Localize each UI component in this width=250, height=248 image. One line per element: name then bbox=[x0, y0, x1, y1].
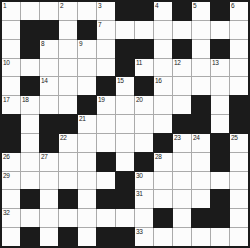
grid-cell[interactable] bbox=[59, 77, 77, 95]
clue-number: 15 bbox=[117, 77, 124, 84]
grid-cell[interactable]: 22 bbox=[59, 134, 77, 152]
block-cell bbox=[40, 134, 58, 152]
block-cell bbox=[59, 190, 77, 208]
block-cell bbox=[21, 77, 39, 95]
grid-cell[interactable] bbox=[211, 228, 229, 246]
clue-number: 26 bbox=[3, 153, 10, 160]
grid-cell[interactable] bbox=[230, 209, 248, 227]
grid-cell[interactable] bbox=[135, 209, 153, 227]
grid-cell[interactable]: 7 bbox=[97, 21, 115, 39]
grid-cell[interactable]: 25 bbox=[230, 134, 248, 152]
block-cell bbox=[116, 228, 134, 246]
grid-cell[interactable] bbox=[173, 228, 191, 246]
grid-cell[interactable] bbox=[173, 96, 191, 114]
grid-cell[interactable]: 3 bbox=[97, 2, 115, 20]
block-cell bbox=[40, 115, 58, 133]
block-cell bbox=[97, 228, 115, 246]
grid-cell[interactable]: 16 bbox=[154, 77, 172, 95]
block-cell bbox=[211, 134, 229, 152]
grid-cell[interactable] bbox=[211, 96, 229, 114]
block-cell bbox=[116, 40, 134, 58]
clue-number: 21 bbox=[79, 115, 86, 122]
grid-cell[interactable] bbox=[230, 40, 248, 58]
clue-number: 3 bbox=[98, 2, 101, 9]
grid-cell[interactable]: 26 bbox=[2, 153, 20, 171]
clue-number: 17 bbox=[3, 96, 10, 103]
grid-cell[interactable]: 8 bbox=[40, 40, 58, 58]
block-cell bbox=[2, 115, 20, 133]
crossword-grid: 1234567891011121314151617181920212223242… bbox=[0, 0, 250, 248]
grid-cell[interactable] bbox=[192, 77, 210, 95]
grid-cell[interactable] bbox=[97, 172, 115, 190]
block-cell bbox=[230, 96, 248, 114]
clue-number: 10 bbox=[3, 59, 10, 66]
grid-cell[interactable] bbox=[59, 209, 77, 227]
grid-cell[interactable] bbox=[154, 115, 172, 133]
block-cell bbox=[211, 2, 229, 20]
block-cell bbox=[135, 77, 153, 95]
grid-cell[interactable] bbox=[21, 59, 39, 77]
grid-cell[interactable] bbox=[78, 209, 96, 227]
block-cell bbox=[78, 21, 96, 39]
clue-number: 27 bbox=[41, 153, 48, 160]
grid-cell[interactable] bbox=[21, 134, 39, 152]
grid-cell[interactable]: 17 bbox=[2, 96, 20, 114]
grid-cell[interactable] bbox=[154, 59, 172, 77]
grid-cell[interactable] bbox=[40, 2, 58, 20]
grid-cell[interactable]: 14 bbox=[40, 77, 58, 95]
clue-number: 6 bbox=[231, 2, 234, 9]
grid-cell[interactable] bbox=[40, 96, 58, 114]
grid-cell[interactable]: 32 bbox=[2, 209, 20, 227]
grid-cell[interactable] bbox=[21, 115, 39, 133]
block-cell bbox=[97, 153, 115, 171]
grid-cell[interactable] bbox=[21, 153, 39, 171]
block-cell bbox=[173, 115, 191, 133]
grid-cell[interactable]: 24 bbox=[192, 134, 210, 152]
grid-cell[interactable] bbox=[78, 59, 96, 77]
grid-cell[interactable]: 19 bbox=[97, 96, 115, 114]
clue-number: 32 bbox=[3, 209, 10, 216]
block-cell bbox=[21, 228, 39, 246]
block-cell bbox=[192, 209, 210, 227]
grid-cell[interactable] bbox=[192, 153, 210, 171]
clue-number: 9 bbox=[79, 40, 82, 47]
grid-cell[interactable] bbox=[78, 153, 96, 171]
grid-cell[interactable] bbox=[173, 153, 191, 171]
block-cell bbox=[59, 115, 77, 133]
grid-cell[interactable] bbox=[78, 190, 96, 208]
grid-cell[interactable]: 27 bbox=[40, 153, 58, 171]
block-cell bbox=[211, 190, 229, 208]
grid-cell[interactable] bbox=[59, 59, 77, 77]
grid-cell[interactable] bbox=[192, 40, 210, 58]
block-cell bbox=[211, 209, 229, 227]
grid-cell[interactable] bbox=[154, 172, 172, 190]
grid-cell[interactable] bbox=[135, 21, 153, 39]
grid-cell[interactable] bbox=[21, 209, 39, 227]
grid-cell[interactable] bbox=[40, 59, 58, 77]
grid-cell[interactable] bbox=[135, 115, 153, 133]
grid-cell[interactable] bbox=[97, 59, 115, 77]
grid-cell[interactable] bbox=[40, 209, 58, 227]
grid-cell[interactable]: 13 bbox=[211, 59, 229, 77]
grid-cell[interactable] bbox=[59, 40, 77, 58]
grid-cell[interactable] bbox=[59, 21, 77, 39]
block-cell bbox=[173, 2, 191, 20]
grid-cell[interactable] bbox=[154, 21, 172, 39]
grid-cell[interactable]: 33 bbox=[135, 228, 153, 246]
block-cell bbox=[97, 190, 115, 208]
block-cell bbox=[116, 59, 134, 77]
block-cell bbox=[116, 172, 134, 190]
grid-cell[interactable] bbox=[154, 190, 172, 208]
grid-cell[interactable]: 11 bbox=[135, 59, 153, 77]
clue-number: 16 bbox=[155, 77, 162, 84]
clue-number: 7 bbox=[98, 21, 101, 28]
clue-number: 31 bbox=[136, 190, 143, 197]
clue-number: 19 bbox=[98, 96, 105, 103]
grid-cell[interactable] bbox=[116, 96, 134, 114]
grid-cell[interactable]: 29 bbox=[2, 172, 20, 190]
block-cell bbox=[135, 40, 153, 58]
block-cell bbox=[21, 190, 39, 208]
grid-cell[interactable] bbox=[230, 77, 248, 95]
block-cell bbox=[2, 134, 20, 152]
grid-cell[interactable]: 6 bbox=[230, 2, 248, 20]
block-cell bbox=[97, 77, 115, 95]
grid-cell[interactable] bbox=[173, 190, 191, 208]
clue-number: 4 bbox=[155, 2, 158, 9]
grid-cell[interactable] bbox=[154, 228, 172, 246]
block-cell bbox=[154, 134, 172, 152]
grid-cell[interactable] bbox=[211, 115, 229, 133]
grid-cell[interactable]: 4 bbox=[154, 2, 172, 20]
grid-cell[interactable] bbox=[230, 228, 248, 246]
grid-cell[interactable] bbox=[2, 77, 20, 95]
grid-cell[interactable] bbox=[116, 209, 134, 227]
block-cell bbox=[21, 21, 39, 39]
block-cell bbox=[154, 209, 172, 227]
grid-cell[interactable] bbox=[2, 228, 20, 246]
clue-number: 29 bbox=[3, 172, 10, 179]
grid-cell[interactable] bbox=[154, 40, 172, 58]
grid-cell[interactable] bbox=[78, 2, 96, 20]
block-cell bbox=[116, 190, 134, 208]
grid-cell[interactable] bbox=[97, 209, 115, 227]
grid-cell[interactable] bbox=[211, 172, 229, 190]
grid-cell[interactable] bbox=[230, 21, 248, 39]
block-cell bbox=[230, 115, 248, 133]
grid-cell[interactable]: 9 bbox=[78, 40, 96, 58]
grid-cell[interactable] bbox=[173, 172, 191, 190]
clue-number: 1 bbox=[3, 2, 6, 9]
grid-cell[interactable] bbox=[116, 134, 134, 152]
grid-cell[interactable] bbox=[192, 21, 210, 39]
grid-cell[interactable] bbox=[59, 153, 77, 171]
grid-cell[interactable] bbox=[2, 40, 20, 58]
grid-cell[interactable]: 5 bbox=[192, 2, 210, 20]
grid-cell[interactable] bbox=[230, 190, 248, 208]
grid-cell[interactable] bbox=[97, 40, 115, 58]
grid-cell[interactable]: 18 bbox=[21, 96, 39, 114]
grid-cell[interactable]: 20 bbox=[135, 96, 153, 114]
clue-number: 14 bbox=[41, 77, 48, 84]
clue-number: 23 bbox=[174, 134, 181, 141]
grid-cell[interactable] bbox=[78, 228, 96, 246]
grid-cell[interactable] bbox=[192, 172, 210, 190]
grid-cell[interactable]: 2 bbox=[59, 2, 77, 20]
grid-cell[interactable] bbox=[192, 190, 210, 208]
clue-number: 8 bbox=[41, 40, 44, 47]
grid-cell[interactable] bbox=[230, 153, 248, 171]
grid-cell[interactable] bbox=[116, 115, 134, 133]
clue-number: 25 bbox=[231, 134, 238, 141]
grid-cell[interactable] bbox=[192, 59, 210, 77]
block-cell bbox=[211, 40, 229, 58]
grid-cell[interactable] bbox=[116, 153, 134, 171]
grid-cell[interactable] bbox=[116, 21, 134, 39]
grid-cell[interactable] bbox=[40, 190, 58, 208]
clue-number: 18 bbox=[22, 96, 29, 103]
block-cell bbox=[59, 228, 77, 246]
grid-cell[interactable]: 21 bbox=[78, 115, 96, 133]
clue-number: 33 bbox=[136, 228, 143, 235]
grid-cell[interactable] bbox=[97, 115, 115, 133]
grid-cell[interactable]: 31 bbox=[135, 190, 153, 208]
clue-number: 13 bbox=[212, 59, 219, 66]
grid-cell[interactable] bbox=[173, 77, 191, 95]
clue-number: 11 bbox=[136, 59, 142, 66]
grid-cell[interactable]: 15 bbox=[116, 77, 134, 95]
grid-cell[interactable] bbox=[192, 228, 210, 246]
clue-number: 22 bbox=[60, 134, 67, 141]
block-cell bbox=[116, 2, 134, 20]
grid-cell[interactable] bbox=[211, 21, 229, 39]
block-cell bbox=[78, 96, 96, 114]
grid-cell[interactable]: 1 bbox=[2, 2, 20, 20]
grid-cell[interactable]: 23 bbox=[173, 134, 191, 152]
grid-cell[interactable] bbox=[154, 96, 172, 114]
grid-cell[interactable] bbox=[2, 190, 20, 208]
grid-cell[interactable]: 12 bbox=[173, 59, 191, 77]
grid-cell[interactable] bbox=[78, 134, 96, 152]
grid-cell[interactable] bbox=[78, 172, 96, 190]
block-cell bbox=[135, 153, 153, 171]
grid-cell[interactable] bbox=[21, 2, 39, 20]
grid-cell[interactable] bbox=[135, 134, 153, 152]
grid-cell[interactable] bbox=[230, 172, 248, 190]
clue-number: 28 bbox=[155, 153, 162, 160]
block-cell bbox=[192, 96, 210, 114]
clue-number: 12 bbox=[174, 59, 181, 66]
grid-cell[interactable]: 30 bbox=[135, 172, 153, 190]
grid-cell[interactable] bbox=[40, 228, 58, 246]
grid-cell[interactable] bbox=[59, 172, 77, 190]
grid-cell[interactable] bbox=[173, 209, 191, 227]
block-cell bbox=[211, 153, 229, 171]
block-cell bbox=[192, 115, 210, 133]
grid-cell[interactable] bbox=[2, 21, 20, 39]
grid-cell[interactable] bbox=[211, 77, 229, 95]
grid-cell[interactable] bbox=[230, 59, 248, 77]
clue-number: 20 bbox=[136, 96, 143, 103]
grid-cell[interactable] bbox=[97, 134, 115, 152]
clue-number: 24 bbox=[193, 134, 200, 141]
grid-cell[interactable]: 10 bbox=[2, 59, 20, 77]
clue-number: 5 bbox=[193, 2, 196, 9]
block-cell bbox=[173, 40, 191, 58]
clue-number: 2 bbox=[60, 2, 63, 9]
block-cell bbox=[135, 2, 153, 20]
grid-cell[interactable] bbox=[173, 21, 191, 39]
grid-cell[interactable] bbox=[78, 77, 96, 95]
grid-cell[interactable] bbox=[59, 96, 77, 114]
block-cell bbox=[40, 21, 58, 39]
grid-cell[interactable] bbox=[21, 172, 39, 190]
grid-cell[interactable] bbox=[40, 172, 58, 190]
clue-number: 30 bbox=[136, 172, 143, 179]
block-cell bbox=[21, 40, 39, 58]
grid-cell[interactable]: 28 bbox=[154, 153, 172, 171]
